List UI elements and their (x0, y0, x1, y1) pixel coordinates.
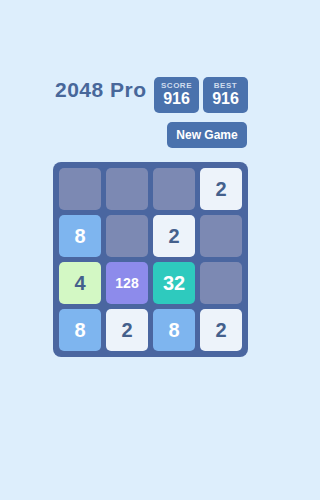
tile-8: 8 (59, 215, 101, 257)
app-title: 2048 Pro (55, 78, 147, 102)
tile-2: 2 (153, 215, 195, 257)
empty-cell (200, 262, 242, 304)
best-value: 916 (212, 90, 239, 108)
empty-cell (200, 215, 242, 257)
scoreboard: SCORE 916 BEST 916 (154, 77, 248, 113)
tile-128: 128 (106, 262, 148, 304)
new-game-button[interactable]: New Game (167, 122, 247, 148)
board[interactable]: 2824128328282 (53, 162, 248, 357)
tile-2: 2 (200, 168, 242, 210)
best-box: BEST 916 (203, 77, 248, 113)
score-value: 916 (163, 90, 190, 108)
score-box: SCORE 916 (154, 77, 199, 113)
empty-cell (106, 168, 148, 210)
tile-2: 2 (106, 309, 148, 351)
tile-8: 8 (153, 309, 195, 351)
tile-2: 2 (200, 309, 242, 351)
empty-cell (153, 168, 195, 210)
best-label: BEST (214, 81, 237, 90)
empty-cell (106, 215, 148, 257)
tile-8: 8 (59, 309, 101, 351)
tile-32: 32 (153, 262, 195, 304)
score-label: SCORE (161, 81, 192, 90)
tile-4: 4 (59, 262, 101, 304)
empty-cell (59, 168, 101, 210)
